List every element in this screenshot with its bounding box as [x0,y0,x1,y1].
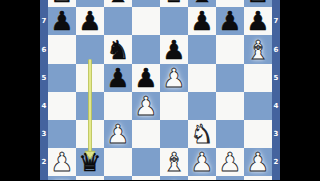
square-e3[interactable] [160,120,188,148]
square-d6[interactable] [132,35,160,63]
rank-label-left-4: 4 [40,92,48,120]
white-pawn-g2[interactable]: ♟ [218,148,241,176]
black-knight-c6[interactable]: ♞ [106,36,129,64]
white-knight-b1[interactable]: ♞ [78,177,101,180]
white-bishop-e2[interactable]: ♝ [162,148,185,176]
square-h1[interactable]: ♜ [244,176,272,180]
letterbox-right [280,0,320,180]
black-pawn-a7[interactable]: ♟ [50,7,73,35]
square-a5[interactable] [48,64,76,92]
square-f7[interactable]: ♟ [188,7,216,35]
black-pawn-c5[interactable]: ♟ [106,64,129,92]
square-g5[interactable] [216,64,244,92]
square-h2[interactable]: ♟ [244,148,272,176]
white-knight-f3[interactable]: ♞ [190,120,213,148]
square-g3[interactable] [216,120,244,148]
square-e8[interactable]: ♚ [160,0,188,7]
rank-label-left-2: 2 [40,148,48,176]
white-rook-h1[interactable]: ♜ [246,177,269,180]
square-h3[interactable] [244,120,272,148]
rank-strip-right: 87654321 [272,0,280,180]
rank-label-right-4: 4 [272,92,280,120]
board-viewport: 87654321 87654321 ♜♝♚♝♜♟♟♟♟♟♞♟♝♟♟♟♟♟♞♟♛♝… [40,0,280,180]
white-rook-a1[interactable]: ♜ [50,177,73,180]
rank-strip-left: 87654321 [40,0,48,180]
square-a4[interactable] [48,92,76,120]
rank-label-right-2: 2 [272,148,280,176]
square-g7[interactable]: ♟ [216,7,244,35]
square-e5[interactable]: ♟ [160,64,188,92]
white-king-e1[interactable]: ♚ [162,177,185,180]
black-king-e8[interactable]: ♚ [162,0,185,7]
white-pawn-d4[interactable]: ♟ [134,92,157,120]
square-f4[interactable] [188,92,216,120]
square-e7[interactable] [160,7,188,35]
square-a6[interactable] [48,35,76,63]
square-c5[interactable]: ♟ [104,64,132,92]
white-pawn-f2[interactable]: ♟ [190,148,213,176]
square-h5[interactable] [244,64,272,92]
square-b6[interactable] [76,35,104,63]
square-b2[interactable]: ♛ [76,148,104,176]
squares-grid: ♜♝♚♝♜♟♟♟♟♟♞♟♝♟♟♟♟♟♞♟♛♝♟♟♟♜♞♛♚♜ [48,0,272,180]
video-frame: 87654321 87654321 ♜♝♚♝♜♟♟♟♟♟♞♟♝♟♟♟♟♟♞♟♛♝… [0,0,320,180]
square-a7[interactable]: ♟ [48,7,76,35]
square-a3[interactable] [48,120,76,148]
rank-label-right-1: 1 [272,177,280,181]
white-pawn-e5[interactable]: ♟ [162,64,185,92]
square-b5[interactable] [76,64,104,92]
rank-label-left-3: 3 [40,120,48,148]
square-b1[interactable]: ♞ [76,176,104,180]
square-b4[interactable] [76,92,104,120]
square-e4[interactable] [160,92,188,120]
square-d3[interactable] [132,120,160,148]
black-pawn-g7[interactable]: ♟ [218,7,241,35]
square-d8[interactable] [132,0,160,7]
square-c4[interactable] [104,92,132,120]
square-c2[interactable] [104,148,132,176]
square-e1[interactable]: ♚ [160,176,188,180]
square-h6[interactable]: ♝ [244,35,272,63]
square-d4[interactable]: ♟ [132,92,160,120]
square-d1[interactable]: ♛ [132,176,160,180]
square-e2[interactable]: ♝ [160,148,188,176]
square-h7[interactable]: ♟ [244,7,272,35]
rank-label-right-5: 5 [272,64,280,92]
square-c3[interactable]: ♟ [104,120,132,148]
square-g1[interactable] [216,176,244,180]
square-c7[interactable] [104,7,132,35]
black-pawn-b7[interactable]: ♟ [78,7,101,35]
black-bishop-c8[interactable]: ♝ [106,0,129,7]
square-a1[interactable]: ♜ [48,176,76,180]
rank-label-left-6: 6 [40,36,48,64]
square-f5[interactable] [188,64,216,92]
white-pawn-a2[interactable]: ♟ [50,148,73,176]
square-b3[interactable] [76,120,104,148]
square-g4[interactable] [216,92,244,120]
rank-label-left-5: 5 [40,64,48,92]
rank-label-right-3: 3 [272,120,280,148]
square-d2[interactable] [132,148,160,176]
rank-label-left-7: 7 [40,7,48,35]
square-d5[interactable]: ♟ [132,64,160,92]
rank-label-left-1: 1 [40,177,48,181]
square-e6[interactable]: ♟ [160,35,188,63]
white-bishop-h6[interactable]: ♝ [246,36,269,64]
black-pawn-d5[interactable]: ♟ [134,64,157,92]
square-f2[interactable]: ♟ [188,148,216,176]
square-h4[interactable] [244,92,272,120]
black-pawn-e6[interactable]: ♟ [162,36,185,64]
black-pawn-f7[interactable]: ♟ [190,7,213,35]
chess-board: 87654321 87654321 ♜♝♚♝♜♟♟♟♟♟♞♟♝♟♟♟♟♟♞♟♛♝… [40,0,280,180]
square-d7[interactable] [132,7,160,35]
rank-label-right-6: 6 [272,36,280,64]
square-c1[interactable] [104,176,132,180]
black-queen-b2[interactable]: ♛ [78,148,101,176]
white-pawn-h2[interactable]: ♟ [246,148,269,176]
rank-label-right-8: 8 [272,0,280,7]
white-queen-d1[interactable]: ♛ [134,177,157,180]
square-a2[interactable]: ♟ [48,148,76,176]
square-f3[interactable]: ♞ [188,120,216,148]
square-g2[interactable]: ♟ [216,148,244,176]
rank-label-left-8: 8 [40,0,48,7]
square-c8[interactable]: ♝ [104,0,132,7]
square-f6[interactable] [188,35,216,63]
square-f1[interactable] [188,176,216,180]
letterbox-left [0,0,40,180]
square-b7[interactable]: ♟ [76,7,104,35]
white-pawn-c3[interactable]: ♟ [106,120,129,148]
square-c6[interactable]: ♞ [104,35,132,63]
black-pawn-h7[interactable]: ♟ [246,7,269,35]
rank-label-right-7: 7 [272,7,280,35]
square-g6[interactable] [216,35,244,63]
